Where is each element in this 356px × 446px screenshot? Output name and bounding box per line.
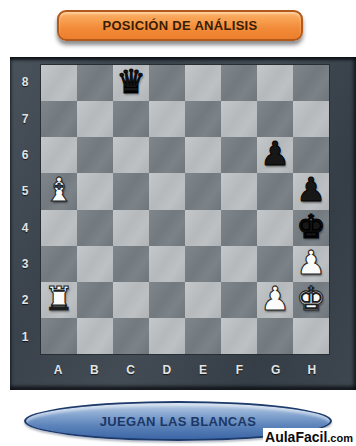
square-f1[interactable]	[221, 318, 257, 354]
square-g7[interactable]	[257, 101, 293, 137]
rank-label-7: 7	[10, 100, 40, 136]
rank-label-6: 6	[10, 137, 40, 173]
square-c4[interactable]	[113, 210, 149, 246]
square-d4[interactable]	[149, 210, 185, 246]
square-c6[interactable]	[113, 137, 149, 173]
square-g5[interactable]	[257, 173, 293, 209]
file-label-b: B	[76, 355, 112, 385]
black-king: ♚	[296, 209, 326, 245]
file-labels: ABCDEFGH	[40, 355, 330, 385]
square-d3[interactable]	[149, 246, 185, 282]
square-d5[interactable]	[149, 173, 185, 209]
square-d8[interactable]	[149, 65, 185, 101]
square-h2[interactable]: ♚	[293, 282, 329, 318]
square-e4[interactable]	[185, 210, 221, 246]
square-f6[interactable]	[221, 137, 257, 173]
square-e3[interactable]	[185, 246, 221, 282]
square-a5[interactable]: ♝	[41, 173, 77, 209]
square-h7[interactable]	[293, 101, 329, 137]
square-h5[interactable]: ♟	[293, 173, 329, 209]
square-g6[interactable]: ♟	[257, 137, 293, 173]
square-c3[interactable]	[113, 246, 149, 282]
square-b4[interactable]	[77, 210, 113, 246]
square-f2[interactable]	[221, 282, 257, 318]
square-f7[interactable]	[221, 101, 257, 137]
square-g2[interactable]: ♟	[257, 282, 293, 318]
rank-label-5: 5	[10, 173, 40, 209]
turn-banner-label: JUEGAN LAS BLANCAS	[100, 414, 256, 429]
black-pawn: ♟	[296, 172, 326, 208]
rank-label-8: 8	[10, 64, 40, 100]
square-h8[interactable]	[293, 65, 329, 101]
chess-board: 87654321 ♛♟♝♟♚♟♜♟♚ ABCDEFGH	[10, 57, 356, 390]
analysis-banner-label: POSICIÓN DE ANÁLISIS	[102, 18, 257, 33]
square-d7[interactable]	[149, 101, 185, 137]
square-f5[interactable]	[221, 173, 257, 209]
square-a3[interactable]	[41, 246, 77, 282]
rank-labels: 87654321	[10, 64, 40, 355]
square-b5[interactable]	[77, 173, 113, 209]
square-b3[interactable]	[77, 246, 113, 282]
square-b1[interactable]	[77, 318, 113, 354]
square-a2[interactable]: ♜	[41, 282, 77, 318]
black-queen: ♛	[116, 64, 146, 100]
square-g3[interactable]	[257, 246, 293, 282]
rank-label-4: 4	[10, 210, 40, 246]
site-name: AulaFacil	[265, 429, 327, 445]
file-label-g: G	[258, 355, 294, 385]
square-e2[interactable]	[185, 282, 221, 318]
file-label-d: D	[149, 355, 185, 385]
square-c8[interactable]: ♛	[113, 65, 149, 101]
square-e1[interactable]	[185, 318, 221, 354]
square-c5[interactable]	[113, 173, 149, 209]
white-rook: ♜	[44, 281, 74, 317]
square-g8[interactable]	[257, 65, 293, 101]
square-b7[interactable]	[77, 101, 113, 137]
board-grid: ♛♟♝♟♚♟♜♟♚	[40, 64, 330, 355]
watermark: AulaFacil.com	[263, 428, 353, 446]
square-g1[interactable]	[257, 318, 293, 354]
square-d6[interactable]	[149, 137, 185, 173]
white-pawn: ♟	[260, 281, 290, 317]
square-c1[interactable]	[113, 318, 149, 354]
square-b2[interactable]	[77, 282, 113, 318]
square-a4[interactable]	[41, 210, 77, 246]
square-a8[interactable]	[41, 65, 77, 101]
rank-label-1: 1	[10, 319, 40, 355]
square-d1[interactable]	[149, 318, 185, 354]
square-a1[interactable]	[41, 318, 77, 354]
square-e7[interactable]	[185, 101, 221, 137]
rank-label-3: 3	[10, 246, 40, 282]
square-g4[interactable]	[257, 210, 293, 246]
file-label-h: H	[294, 355, 330, 385]
black-pawn: ♟	[260, 136, 290, 172]
square-f3[interactable]	[221, 246, 257, 282]
square-h4[interactable]: ♚	[293, 210, 329, 246]
square-c2[interactable]	[113, 282, 149, 318]
square-h3[interactable]: ♟	[293, 246, 329, 282]
white-pawn: ♟	[296, 245, 326, 281]
square-a6[interactable]	[41, 137, 77, 173]
square-e6[interactable]	[185, 137, 221, 173]
white-bishop: ♝	[44, 172, 74, 208]
square-h1[interactable]	[293, 318, 329, 354]
file-label-c: C	[113, 355, 149, 385]
square-f4[interactable]	[221, 210, 257, 246]
white-king: ♚	[296, 281, 326, 317]
square-f8[interactable]	[221, 65, 257, 101]
square-e5[interactable]	[185, 173, 221, 209]
square-d2[interactable]	[149, 282, 185, 318]
file-label-a: A	[40, 355, 76, 385]
analysis-banner: POSICIÓN DE ANÁLISIS	[57, 10, 303, 41]
square-c7[interactable]	[113, 101, 149, 137]
square-b6[interactable]	[77, 137, 113, 173]
file-label-f: F	[221, 355, 257, 385]
square-b8[interactable]	[77, 65, 113, 101]
square-e8[interactable]	[185, 65, 221, 101]
file-label-e: E	[185, 355, 221, 385]
site-suffix: .com	[327, 432, 353, 444]
square-h6[interactable]	[293, 137, 329, 173]
rank-label-2: 2	[10, 282, 40, 318]
square-a7[interactable]	[41, 101, 77, 137]
